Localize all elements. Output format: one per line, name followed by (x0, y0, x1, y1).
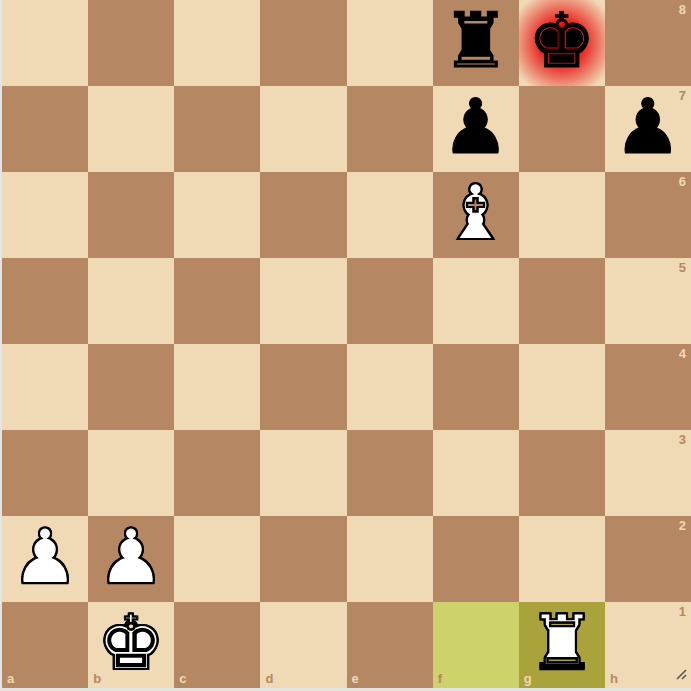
square-c6[interactable] (174, 172, 260, 258)
square-h7[interactable]: ♟7 (605, 86, 691, 172)
white-pawn[interactable]: ♟ (97, 519, 165, 595)
rank-label-5: 5 (679, 261, 686, 274)
square-d5[interactable] (260, 258, 346, 344)
square-h2[interactable]: 2 (605, 516, 691, 602)
rank-label-6: 6 (679, 175, 686, 188)
square-e5[interactable] (347, 258, 433, 344)
square-b3[interactable] (88, 430, 174, 516)
black-pawn[interactable]: ♟ (614, 89, 682, 165)
square-h3[interactable]: 3 (605, 430, 691, 516)
square-e1[interactable]: e (347, 602, 433, 688)
square-e3[interactable] (347, 430, 433, 516)
square-e7[interactable] (347, 86, 433, 172)
square-e4[interactable] (347, 344, 433, 430)
square-f1[interactable]: f (433, 602, 519, 688)
square-a5[interactable] (2, 258, 88, 344)
file-label-a: a (7, 672, 14, 685)
square-g4[interactable] (519, 344, 605, 430)
square-c2[interactable] (174, 516, 260, 602)
black-king[interactable]: ♚ (528, 3, 596, 79)
file-label-c: c (179, 672, 186, 685)
square-b5[interactable] (88, 258, 174, 344)
square-f2[interactable] (433, 516, 519, 602)
square-b7[interactable] (88, 86, 174, 172)
file-label-e: e (352, 672, 359, 685)
square-a8[interactable] (2, 0, 88, 86)
square-h5[interactable]: 5 (605, 258, 691, 344)
square-b8[interactable] (88, 0, 174, 86)
board-resize-handle-icon[interactable] (674, 667, 688, 681)
square-h6[interactable]: 6 (605, 172, 691, 258)
square-a2[interactable]: ♟ (2, 516, 88, 602)
white-bishop[interactable]: ♝ (442, 175, 510, 251)
square-a4[interactable] (2, 344, 88, 430)
square-d2[interactable] (260, 516, 346, 602)
square-c8[interactable] (174, 0, 260, 86)
square-e2[interactable] (347, 516, 433, 602)
square-f4[interactable] (433, 344, 519, 430)
square-f8[interactable]: ♜ (433, 0, 519, 86)
white-king[interactable]: ♚ (97, 605, 165, 681)
rank-label-8: 8 (679, 3, 686, 16)
square-g7[interactable] (519, 86, 605, 172)
square-b4[interactable] (88, 344, 174, 430)
square-b1[interactable]: ♚b (88, 602, 174, 688)
square-d3[interactable] (260, 430, 346, 516)
square-d6[interactable] (260, 172, 346, 258)
chessboard[interactable]: ♜♚8♟♟7♝6543♟♟2a♚bcdef♜g1h (2, 0, 691, 688)
square-f7[interactable]: ♟ (433, 86, 519, 172)
square-f3[interactable] (433, 430, 519, 516)
square-h1[interactable]: 1h (605, 602, 691, 688)
file-label-f: f (438, 672, 442, 685)
square-a3[interactable] (2, 430, 88, 516)
square-g8[interactable]: ♚ (519, 0, 605, 86)
square-c1[interactable]: c (174, 602, 260, 688)
black-pawn[interactable]: ♟ (442, 89, 510, 165)
black-rook[interactable]: ♜ (442, 3, 510, 79)
square-a6[interactable] (2, 172, 88, 258)
square-g2[interactable] (519, 516, 605, 602)
rank-label-1: 1 (679, 605, 686, 618)
square-d1[interactable]: d (260, 602, 346, 688)
square-g3[interactable] (519, 430, 605, 516)
white-rook[interactable]: ♜ (528, 605, 596, 681)
square-h8[interactable]: 8 (605, 0, 691, 86)
rank-label-3: 3 (679, 433, 686, 446)
file-label-d: d (265, 672, 273, 685)
square-d4[interactable] (260, 344, 346, 430)
square-h4[interactable]: 4 (605, 344, 691, 430)
square-c3[interactable] (174, 430, 260, 516)
white-pawn[interactable]: ♟ (11, 519, 79, 595)
square-e8[interactable] (347, 0, 433, 86)
square-c7[interactable] (174, 86, 260, 172)
square-d7[interactable] (260, 86, 346, 172)
rank-label-4: 4 (679, 347, 686, 360)
square-b2[interactable]: ♟ (88, 516, 174, 602)
square-f6[interactable]: ♝ (433, 172, 519, 258)
square-e6[interactable] (347, 172, 433, 258)
rank-label-7: 7 (679, 89, 686, 102)
square-a1[interactable]: a (2, 602, 88, 688)
square-b6[interactable] (88, 172, 174, 258)
square-a7[interactable] (2, 86, 88, 172)
rank-label-2: 2 (679, 519, 686, 532)
square-d8[interactable] (260, 0, 346, 86)
file-label-b: b (93, 672, 101, 685)
square-g1[interactable]: ♜g (519, 602, 605, 688)
square-c5[interactable] (174, 258, 260, 344)
file-label-h: h (610, 672, 618, 685)
file-label-g: g (524, 672, 532, 685)
square-g6[interactable] (519, 172, 605, 258)
square-c4[interactable] (174, 344, 260, 430)
square-f5[interactable] (433, 258, 519, 344)
square-g5[interactable] (519, 258, 605, 344)
